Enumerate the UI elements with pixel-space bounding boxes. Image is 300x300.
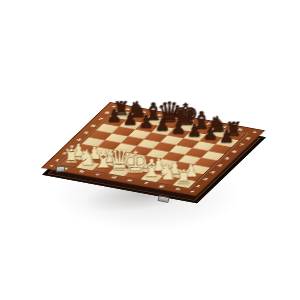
left-hinge (56, 166, 65, 173)
chess-set-photo: abcdefgh abcdefgh 87654321 87654321 ✦ ✦ … (0, 0, 300, 300)
chess-piece-icon: ♜ (167, 167, 199, 186)
chess-piece-icon: ♟ (210, 128, 242, 145)
